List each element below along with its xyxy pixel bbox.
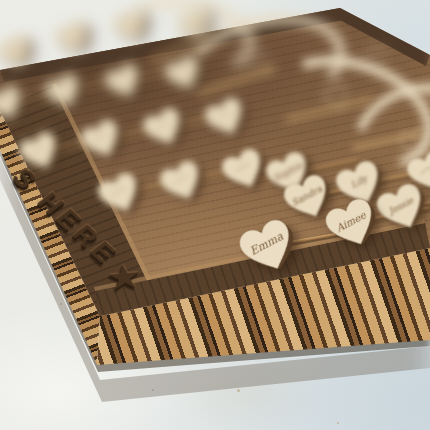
photo-wooden-family-tree-sign: ♡ ♡ ♡ ♡ ♡ bbox=[0, 0, 430, 430]
branch-heart-outline-icon: ♡ bbox=[361, 38, 394, 77]
